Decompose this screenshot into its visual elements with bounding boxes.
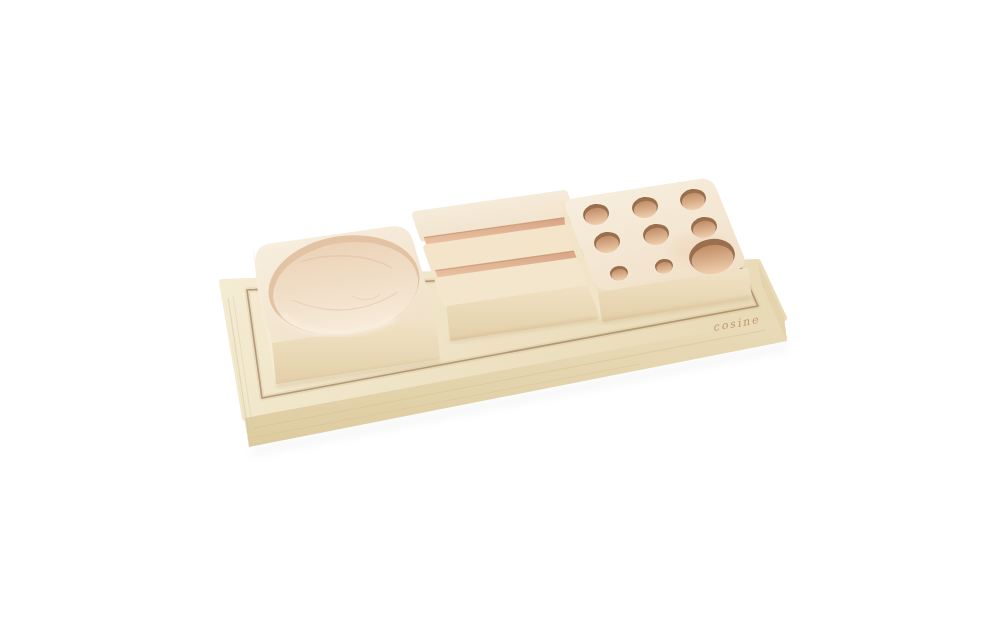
organizer-illustration: cosine (0, 0, 1000, 621)
bowl-tray (253, 225, 440, 386)
product-photo: cosine (0, 0, 1000, 621)
